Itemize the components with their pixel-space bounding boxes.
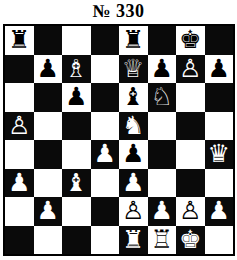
square-b3 bbox=[34, 169, 63, 198]
square-e1: ♜ bbox=[119, 226, 148, 255]
white-knight: ♞ bbox=[122, 112, 144, 141]
square-g8: ♚ bbox=[176, 26, 205, 55]
white-rook: ♜ bbox=[122, 226, 144, 255]
white-pawn: ♟ bbox=[122, 169, 144, 198]
square-b6 bbox=[34, 83, 63, 112]
white-bishop: ♝ bbox=[65, 169, 87, 198]
square-e2: ♙ bbox=[119, 197, 148, 226]
square-b1 bbox=[34, 226, 63, 255]
white-pawn: ♙ bbox=[179, 197, 201, 226]
black-pawn: ♟ bbox=[122, 140, 144, 169]
black-pawn: ♟ bbox=[65, 83, 87, 112]
square-d1 bbox=[91, 226, 120, 255]
black-pawn: ♟ bbox=[208, 55, 230, 84]
square-a3: ♟ bbox=[5, 169, 34, 198]
black-rook: ♜ bbox=[122, 26, 144, 55]
square-f2: ♟ bbox=[148, 197, 177, 226]
square-e5: ♞ bbox=[119, 112, 148, 141]
white-pawn: ♟ bbox=[37, 197, 59, 226]
square-e6: ♝ bbox=[119, 83, 148, 112]
square-c2 bbox=[62, 197, 91, 226]
square-a8: ♜ bbox=[5, 26, 34, 55]
black-pawn: ♟ bbox=[151, 55, 173, 84]
square-h8 bbox=[205, 26, 234, 55]
square-f4 bbox=[148, 140, 177, 169]
square-f6: ♘ bbox=[148, 83, 177, 112]
square-a2 bbox=[5, 197, 34, 226]
black-knight: ♘ bbox=[151, 83, 173, 112]
square-a6 bbox=[5, 83, 34, 112]
black-bishop: ♗ bbox=[65, 55, 87, 84]
white-pawn: ♟ bbox=[94, 140, 116, 169]
square-d4: ♟ bbox=[91, 140, 120, 169]
square-d5 bbox=[91, 112, 120, 141]
square-c8 bbox=[62, 26, 91, 55]
square-b7: ♟ bbox=[34, 55, 63, 84]
square-c1 bbox=[62, 226, 91, 255]
square-b2: ♟ bbox=[34, 197, 63, 226]
square-h2: ♟ bbox=[205, 197, 234, 226]
white-pawn: ♟ bbox=[208, 197, 230, 226]
square-b5 bbox=[34, 112, 63, 141]
square-g7: ♙ bbox=[176, 55, 205, 84]
square-h1 bbox=[205, 226, 234, 255]
square-h4: ♛ bbox=[205, 140, 234, 169]
square-h6 bbox=[205, 83, 234, 112]
square-g5 bbox=[176, 112, 205, 141]
square-d6 bbox=[91, 83, 120, 112]
square-g6 bbox=[176, 83, 205, 112]
square-a5: ♙ bbox=[5, 112, 34, 141]
square-h5 bbox=[205, 112, 234, 141]
white-pawn: ♙ bbox=[122, 197, 144, 226]
square-f5 bbox=[148, 112, 177, 141]
white-queen: ♛ bbox=[208, 140, 230, 169]
square-g3 bbox=[176, 169, 205, 198]
square-a7 bbox=[5, 55, 34, 84]
square-b4 bbox=[34, 140, 63, 169]
square-b8 bbox=[34, 26, 63, 55]
square-d3 bbox=[91, 169, 120, 198]
square-d7 bbox=[91, 55, 120, 84]
square-d2 bbox=[91, 197, 120, 226]
square-f8 bbox=[148, 26, 177, 55]
white-king: ♚ bbox=[179, 226, 201, 255]
black-bishop: ♝ bbox=[122, 83, 144, 112]
square-f1: ♖ bbox=[148, 226, 177, 255]
black-pawn: ♙ bbox=[179, 55, 201, 84]
black-king: ♚ bbox=[179, 26, 201, 55]
square-a4 bbox=[5, 140, 34, 169]
puzzle-number: № 330 bbox=[0, 0, 237, 22]
white-pawn: ♟ bbox=[151, 197, 173, 226]
square-f3 bbox=[148, 169, 177, 198]
square-f7: ♟ bbox=[148, 55, 177, 84]
square-g2: ♙ bbox=[176, 197, 205, 226]
square-e8: ♜ bbox=[119, 26, 148, 55]
square-e4: ♟ bbox=[119, 140, 148, 169]
chess-board: ♜♜♚♟♗♕♟♙♟♟♝♘♙♞♟♟♛♟♝♟♟♙♟♙♟♜♖♚ bbox=[3, 24, 235, 256]
white-rook: ♖ bbox=[151, 226, 173, 255]
square-e7: ♕ bbox=[119, 55, 148, 84]
square-a1 bbox=[5, 226, 34, 255]
white-pawn: ♟ bbox=[8, 169, 30, 198]
square-c5 bbox=[62, 112, 91, 141]
square-d8 bbox=[91, 26, 120, 55]
black-pawn: ♟ bbox=[37, 55, 59, 84]
square-h7: ♟ bbox=[205, 55, 234, 84]
square-g4 bbox=[176, 140, 205, 169]
square-c6: ♟ bbox=[62, 83, 91, 112]
black-pawn: ♙ bbox=[8, 112, 30, 141]
square-e3: ♟ bbox=[119, 169, 148, 198]
square-c7: ♗ bbox=[62, 55, 91, 84]
black-queen: ♕ bbox=[122, 55, 144, 84]
square-c4 bbox=[62, 140, 91, 169]
square-c3: ♝ bbox=[62, 169, 91, 198]
black-rook: ♜ bbox=[8, 26, 30, 55]
square-h3 bbox=[205, 169, 234, 198]
square-g1: ♚ bbox=[176, 226, 205, 255]
